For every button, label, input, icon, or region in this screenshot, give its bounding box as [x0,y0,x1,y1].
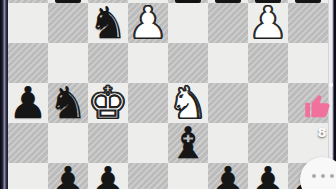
square [8,123,48,163]
square: ♚ [88,83,128,123]
square [128,43,168,83]
square [8,163,48,189]
square: ♞ [88,3,128,43]
black-knight: ♞ [88,3,127,43]
square: ♟ [248,3,288,43]
square [288,43,328,83]
square [168,163,208,189]
square [248,43,288,83]
square [208,3,248,43]
chess-board: ♞♟♟♟♞♚♞♝♟♟♟♟♟ [8,0,328,189]
black-knight: ♞ [48,83,87,123]
square: ♟ [128,3,168,43]
square: ♟ [88,163,128,189]
square [128,163,168,189]
square [48,3,88,43]
square [208,43,248,83]
square [168,3,208,43]
thumbs-up-icon [304,86,334,126]
black-pawn: ♟ [88,163,127,189]
like-count: 8 [308,125,336,140]
square: ♟ [48,163,88,189]
white-king: ♚ [88,83,127,123]
ellipsis-dots-icon [300,174,336,178]
square [128,83,168,123]
square [8,3,48,43]
black-bishop: ♝ [168,123,207,163]
black-pawn: ♟ [48,163,87,189]
square: ♝ [168,123,208,163]
square: ♟ [248,163,288,189]
black-pawn: ♟ [248,163,287,189]
square [128,123,168,163]
like-button[interactable] [304,86,334,126]
square [248,83,288,123]
black-pawn: ♟ [208,163,247,189]
left-frame-edge [0,0,8,189]
white-pawn: ♟ [248,3,287,43]
square: ♟ [208,163,248,189]
black-pawn: ♟ [8,83,47,123]
square: ♟ [8,83,48,123]
white-pawn: ♟ [128,3,167,43]
square: ♞ [48,83,88,123]
square [208,83,248,123]
square [288,3,328,43]
video-frame: ♞♟♟♟♞♚♞♝♟♟♟♟♟ 8 [0,0,336,189]
